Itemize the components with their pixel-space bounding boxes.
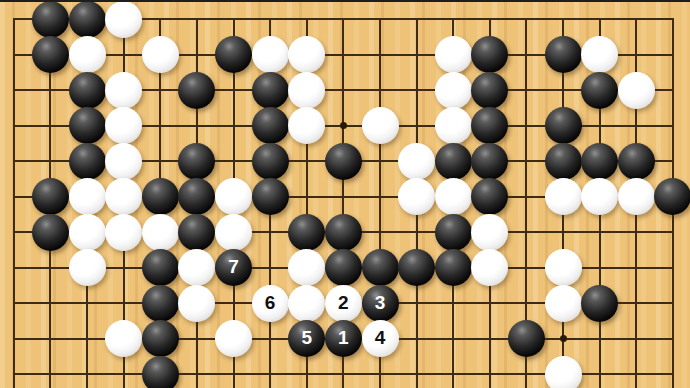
stone-white-c7-r6[interactable]: [215, 178, 252, 215]
stone-black-c10-r8[interactable]: [325, 249, 362, 286]
stone-black-c7-r8[interactable]: 7: [215, 249, 252, 286]
stone-white-c4-r3[interactable]: [105, 72, 142, 109]
star-point-16-10: [560, 335, 567, 342]
stone-white-c16-r9[interactable]: [545, 285, 582, 322]
grid-line-v-1: [13, 18, 15, 388]
stone-white-c3-r7[interactable]: [69, 214, 106, 251]
stone-black-c13-r5[interactable]: [435, 143, 472, 180]
stone-white-c4-r7[interactable]: [105, 214, 142, 251]
stone-white-c14-r7[interactable]: [471, 214, 508, 251]
stone-white-c4-r4[interactable]: [105, 107, 142, 144]
stone-white-c8-r2[interactable]: [252, 36, 289, 73]
stone-white-c13-r3[interactable]: [435, 72, 472, 109]
stone-black-c8-r3[interactable]: [252, 72, 289, 109]
stone-white-c3-r8[interactable]: [69, 249, 106, 286]
stone-black-c3-r1[interactable]: [69, 1, 106, 38]
stone-white-c5-r2[interactable]: [142, 36, 179, 73]
stone-white-c9-r3[interactable]: [288, 72, 325, 109]
stone-white-c16-r11[interactable]: [545, 356, 582, 388]
stone-black-c3-r3[interactable]: [69, 72, 106, 109]
stone-black-c16-r5[interactable]: [545, 143, 582, 180]
stone-black-c14-r5[interactable]: [471, 143, 508, 180]
stone-white-c16-r8[interactable]: [545, 249, 582, 286]
stone-black-c8-r6[interactable]: [252, 178, 289, 215]
stone-black-c8-r5[interactable]: [252, 143, 289, 180]
star-point-10-4: [340, 122, 347, 129]
stone-black-c5-r11[interactable]: [142, 356, 179, 388]
stone-black-c11-r8[interactable]: [362, 249, 399, 286]
stone-white-c7-r10[interactable]: [215, 320, 252, 357]
stone-black-c17-r9[interactable]: [581, 285, 618, 322]
stone-white-c9-r8[interactable]: [288, 249, 325, 286]
stone-white-c4-r1[interactable]: [105, 1, 142, 38]
stone-black-c11-r9[interactable]: 3: [362, 285, 399, 322]
stone-white-c6-r9[interactable]: [178, 285, 215, 322]
stone-black-c9-r10[interactable]: 5: [288, 320, 325, 357]
stone-black-c10-r10[interactable]: 1: [325, 320, 362, 357]
move-number-3: 3: [375, 293, 386, 312]
move-number-1: 1: [338, 328, 349, 347]
stone-white-c13-r2[interactable]: [435, 36, 472, 73]
stone-black-c5-r9[interactable]: [142, 285, 179, 322]
stone-black-c6-r5[interactable]: [178, 143, 215, 180]
stone-white-c10-r9[interactable]: 2: [325, 285, 362, 322]
stone-white-c12-r5[interactable]: [398, 143, 435, 180]
stone-black-c6-r7[interactable]: [178, 214, 215, 251]
stone-black-c16-r4[interactable]: [545, 107, 582, 144]
stone-white-c17-r2[interactable]: [581, 36, 618, 73]
move-number-2: 2: [338, 293, 349, 312]
stone-black-c12-r8[interactable]: [398, 249, 435, 286]
stone-black-c10-r7[interactable]: [325, 214, 362, 251]
stone-black-c14-r3[interactable]: [471, 72, 508, 109]
stone-white-c4-r10[interactable]: [105, 320, 142, 357]
stone-black-c15-r10[interactable]: [508, 320, 545, 357]
stone-black-c6-r3[interactable]: [178, 72, 215, 109]
stone-white-c11-r10[interactable]: 4: [362, 320, 399, 357]
move-number-5: 5: [301, 328, 312, 347]
go-board[interactable]: 7623514: [0, 0, 690, 388]
stone-black-c2-r6[interactable]: [32, 178, 69, 215]
move-number-7: 7: [228, 257, 239, 276]
stone-white-c3-r6[interactable]: [69, 178, 106, 215]
move-number-4: 4: [375, 328, 386, 347]
stone-white-c13-r4[interactable]: [435, 107, 472, 144]
stone-white-c5-r7[interactable]: [142, 214, 179, 251]
stone-black-c13-r7[interactable]: [435, 214, 472, 251]
stone-black-c13-r8[interactable]: [435, 249, 472, 286]
stone-white-c18-r3[interactable]: [618, 72, 655, 109]
stone-white-c11-r4[interactable]: [362, 107, 399, 144]
stone-white-c9-r2[interactable]: [288, 36, 325, 73]
move-number-6: 6: [265, 293, 276, 312]
stone-black-c3-r5[interactable]: [69, 143, 106, 180]
stone-white-c17-r6[interactable]: [581, 178, 618, 215]
stone-white-c9-r4[interactable]: [288, 107, 325, 144]
stone-black-c19-r6[interactable]: [654, 178, 690, 215]
stone-white-c3-r2[interactable]: [69, 36, 106, 73]
stone-black-c9-r7[interactable]: [288, 214, 325, 251]
stone-black-c5-r8[interactable]: [142, 249, 179, 286]
stone-white-c16-r6[interactable]: [545, 178, 582, 215]
stone-white-c13-r6[interactable]: [435, 178, 472, 215]
stone-black-c2-r1[interactable]: [32, 1, 69, 38]
stone-white-c18-r6[interactable]: [618, 178, 655, 215]
stone-white-c4-r5[interactable]: [105, 143, 142, 180]
stone-black-c2-r7[interactable]: [32, 214, 69, 251]
stone-white-c12-r6[interactable]: [398, 178, 435, 215]
stone-black-c17-r5[interactable]: [581, 143, 618, 180]
stone-black-c3-r4[interactable]: [69, 107, 106, 144]
stone-black-c16-r2[interactable]: [545, 36, 582, 73]
stone-black-c5-r10[interactable]: [142, 320, 179, 357]
top-border-strip: [0, 0, 690, 2]
stone-black-c17-r3[interactable]: [581, 72, 618, 109]
stone-black-c8-r4[interactable]: [252, 107, 289, 144]
stone-black-c10-r5[interactable]: [325, 143, 362, 180]
stone-white-c9-r9[interactable]: [288, 285, 325, 322]
stone-black-c18-r5[interactable]: [618, 143, 655, 180]
stone-black-c7-r2[interactable]: [215, 36, 252, 73]
stone-white-c4-r6[interactable]: [105, 178, 142, 215]
stone-white-c7-r7[interactable]: [215, 214, 252, 251]
stone-black-c2-r2[interactable]: [32, 36, 69, 73]
stone-white-c8-r9[interactable]: 6: [252, 285, 289, 322]
stone-black-c5-r6[interactable]: [142, 178, 179, 215]
